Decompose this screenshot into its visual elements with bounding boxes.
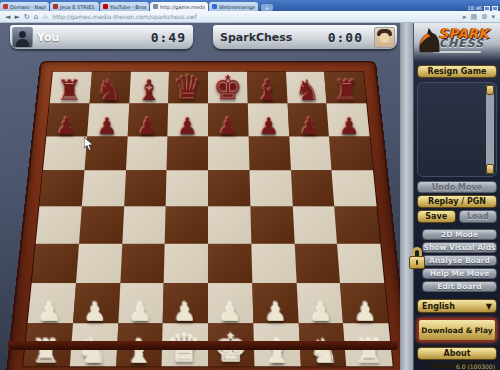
browser-tabstrip: Domani - Naple, lan... Jeux E STRIES You… [0, 0, 500, 11]
square-e7[interactable]: ♟ [208, 103, 248, 136]
page-menu-icon[interactable]: ▤ [471, 13, 478, 21]
browser-tab-4-active[interactable]: http://game.media-theson.com... [150, 2, 208, 11]
square-c5[interactable] [124, 170, 167, 206]
square-c3[interactable] [120, 244, 165, 283]
tab-favicon [103, 4, 108, 9]
sidebar: SPARK CHESS™ Resign Game Undo Move Repla… [413, 23, 500, 370]
square-e6[interactable] [208, 136, 249, 170]
black-pawn[interactable]: ♟ [127, 114, 167, 137]
white-pawn[interactable]: ♟ [343, 300, 388, 326]
resign-game-button[interactable]: Resign Game [417, 65, 497, 78]
square-a8[interactable]: ♜ [50, 72, 92, 104]
black-pawn[interactable]: ♟ [289, 114, 329, 137]
browser-toolbar: ◄ ► ↻ ⌂ ☆ http://games.media-theson.com/… [0, 11, 500, 23]
square-c6[interactable] [126, 136, 168, 170]
black-pawn[interactable]: ♟ [208, 114, 248, 137]
square-c4[interactable] [122, 206, 166, 243]
chess-board[interactable]: ♜♞♝♛♚♝♞♜♟♟♟♟♟♟♟♟♟♟♟♟♟♟♟♟♜♞♝♛♚♝♞♜ [22, 71, 394, 367]
square-f6[interactable] [248, 136, 290, 170]
square-f7[interactable]: ♟ [248, 103, 289, 136]
help-me-move-button[interactable]: Help Me Move [422, 268, 497, 279]
square-d3[interactable] [164, 244, 208, 283]
square-b3[interactable] [76, 244, 122, 283]
language-value: English [422, 300, 455, 312]
analyse-board-button[interactable]: Analyse Board [422, 255, 497, 266]
black-pawn[interactable]: ♟ [248, 114, 288, 137]
square-b4[interactable] [79, 206, 124, 243]
edit-board-button[interactable]: Edit Board [422, 281, 497, 292]
square-g6[interactable] [289, 136, 332, 170]
save-load-row: Save Load [417, 210, 497, 223]
language-select[interactable]: English ▼ [417, 299, 497, 313]
square-h6[interactable] [329, 136, 373, 170]
square-h7[interactable]: ♟ [327, 103, 370, 136]
square-e3[interactable] [208, 244, 252, 283]
square-d4[interactable] [165, 206, 208, 243]
undo-move-button[interactable]: Undo Move [417, 181, 497, 193]
square-f2[interactable]: ♟ [252, 283, 298, 324]
square-h8[interactable]: ♜ [324, 72, 366, 104]
square-g5[interactable] [290, 170, 334, 206]
square-g8[interactable]: ♞ [286, 72, 327, 104]
square-c8[interactable]: ♝ [129, 72, 169, 104]
tab-title: Domani - Naple, lan... [10, 4, 46, 10]
square-a5[interactable] [39, 170, 84, 206]
white-pawn[interactable]: ♟ [163, 300, 208, 326]
square-a7[interactable]: ♟ [46, 103, 89, 136]
about-sparkchess-button[interactable]: About sparkCHESS [417, 347, 497, 360]
square-h3[interactable] [337, 244, 384, 283]
black-knight[interactable]: ♞ [89, 76, 129, 104]
chevron-down-icon[interactable]: ▾ [491, 13, 495, 21]
panel-divider [400, 23, 413, 370]
move-list-scrollbar[interactable] [486, 85, 494, 174]
square-a2[interactable]: ♟ [28, 283, 76, 324]
square-a4[interactable] [36, 206, 82, 243]
board-scene: ♜♞♝♛♚♝♞♜♟♟♟♟♟♟♟♟♟♟♟♟♟♟♟♟♜♞♝♛♚♝♞♜ [14, 23, 402, 370]
tools-menu-icon[interactable]: ⚙ [481, 13, 487, 21]
tab-title: http://game.media-theson.com... [160, 4, 205, 10]
square-b8[interactable]: ♞ [89, 72, 130, 104]
square-d8[interactable]: ♛ [168, 72, 208, 104]
home-icon[interactable]: ⌂ [34, 12, 38, 22]
black-queen[interactable]: ♛ [168, 72, 208, 105]
square-f4[interactable] [250, 206, 294, 243]
square-h4[interactable] [334, 206, 380, 243]
white-pawn[interactable]: ♟ [298, 300, 343, 326]
square-d5[interactable] [166, 170, 208, 206]
square-g3[interactable] [294, 244, 340, 283]
download-play-offline-button[interactable]: Download & Play Offlin [417, 318, 497, 342]
replay-pgn-button[interactable]: Replay / PGN [417, 195, 497, 208]
tab-favicon [3, 4, 8, 9]
white-pawn[interactable]: ♟ [208, 300, 253, 326]
white-pawn[interactable]: ♟ [118, 300, 163, 326]
square-a3[interactable] [32, 244, 79, 283]
board-front-edge [8, 341, 398, 350]
square-e8[interactable]: ♚ [208, 72, 248, 104]
square-b2[interactable]: ♟ [73, 283, 120, 324]
square-a6[interactable] [43, 136, 87, 170]
black-knight[interactable]: ♞ [287, 76, 327, 104]
square-f8[interactable]: ♝ [247, 72, 287, 104]
browser-tab-1[interactable]: Domani - Naple, lan... [0, 2, 49, 11]
square-d2[interactable]: ♟ [163, 283, 208, 324]
load-button[interactable]: Load [459, 210, 498, 223]
show-visual-aids-button[interactable]: Show Visual Aids [422, 242, 497, 253]
mode-buttons-group: 2D Mode Show Visual Aids Analyse Board H… [417, 229, 497, 292]
close-icon[interactable] [492, 6, 498, 11]
square-e4[interactable] [208, 206, 251, 243]
tab-title: YouTube - Broadcast Yourself [110, 4, 146, 10]
square-g2[interactable]: ♟ [296, 283, 343, 324]
square-b7[interactable]: ♟ [87, 103, 129, 136]
version-label: 6.0 (100300) [417, 363, 497, 370]
board-frame: ♜♞♝♛♚♝♞♜♟♟♟♟♟♟♟♟♟♟♟♟♟♟♟♟♜♞♝♛♚♝♞♜ [5, 61, 411, 370]
black-bishop[interactable]: ♝ [248, 76, 288, 104]
black-king[interactable]: ♚ [208, 72, 248, 105]
square-g4[interactable] [292, 206, 337, 243]
square-e5[interactable] [208, 170, 250, 206]
save-button[interactable]: Save [417, 210, 456, 223]
bookmark-star-icon[interactable]: ☆ [42, 12, 48, 22]
sparkchess-logo: SPARK CHESS™ [414, 23, 500, 61]
toolbar-menus: ▸ ▤ ⚙ ▾ [463, 13, 495, 21]
white-pawn[interactable]: ♟ [253, 300, 298, 326]
square-h2[interactable]: ♟ [340, 283, 388, 324]
black-pawn[interactable]: ♟ [87, 114, 127, 137]
square-f5[interactable] [249, 170, 292, 206]
lock-icon [408, 247, 426, 271]
refresh-icon[interactable]: ↻ [24, 12, 30, 22]
new-tab-button[interactable]: + [261, 4, 273, 11]
square-e2[interactable]: ♟ [208, 283, 253, 324]
square-f3[interactable] [251, 244, 296, 283]
square-d6[interactable] [167, 136, 208, 170]
square-c2[interactable]: ♟ [118, 283, 164, 324]
square-b5[interactable] [82, 170, 126, 206]
scroll-up-button[interactable] [486, 85, 494, 95]
maximize-icon[interactable] [484, 6, 490, 11]
address-bar[interactable]: http://games.media-theson.com/sparkchess… [52, 13, 459, 20]
white-pawn[interactable]: ♟ [27, 300, 72, 326]
square-g7[interactable]: ♟ [287, 103, 329, 136]
browser-tab-3[interactable]: YouTube - Broadcast Yourself [100, 2, 149, 11]
black-rook[interactable]: ♜ [327, 76, 367, 104]
forward-icon[interactable]: ► [14, 12, 19, 22]
browser-tab-2[interactable]: Jeux E STRIES [50, 2, 99, 11]
screen: Domani - Naple, lan... Jeux E STRIES You… [0, 0, 500, 370]
back-icon[interactable]: ◄ [5, 12, 10, 22]
square-h5[interactable] [332, 170, 377, 206]
square-d7[interactable]: ♟ [168, 103, 208, 136]
square-c7[interactable]: ♟ [127, 103, 168, 136]
black-bishop[interactable]: ♝ [129, 76, 169, 104]
mouse-cursor [84, 137, 94, 151]
browser-tab-5[interactable]: Webmessenger - Live m... [209, 2, 258, 11]
sparkchess-app: You 0:49 SparkChess 0:00 ♜♞♝♛♚♝♞♜♟♟♟♟♟♟♟… [0, 23, 500, 370]
black-pawn[interactable]: ♟ [46, 114, 86, 137]
move-list[interactable] [417, 82, 497, 177]
tab-favicon [153, 4, 158, 9]
white-pawn[interactable]: ♟ [73, 300, 118, 326]
black-pawn[interactable]: ♟ [168, 114, 208, 137]
horse-logo-icon [415, 25, 441, 55]
tab-title: Jeux E STRIES [60, 4, 95, 10]
tab-title: Webmessenger - Live m... [219, 4, 255, 10]
tab-favicon [212, 4, 217, 9]
2d-mode-button[interactable]: 2D Mode [422, 229, 497, 240]
tab-favicon [53, 4, 58, 9]
go-icon[interactable]: ▸ [463, 13, 467, 21]
chevron-down-icon: ▼ [486, 300, 492, 312]
black-pawn[interactable]: ♟ [329, 114, 369, 137]
black-rook[interactable]: ♜ [50, 76, 90, 104]
scroll-down-button[interactable] [486, 164, 494, 174]
